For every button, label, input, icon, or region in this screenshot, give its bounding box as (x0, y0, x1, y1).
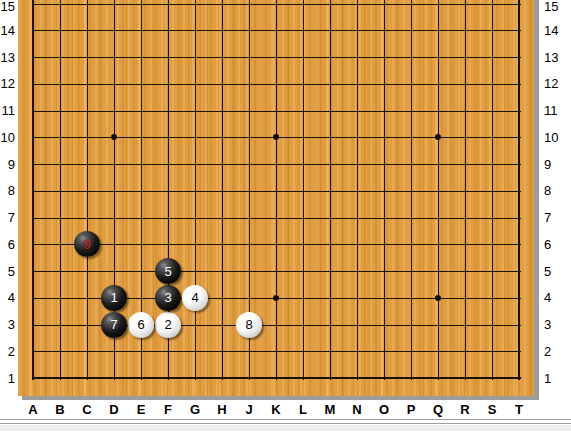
column-label-L: L (293, 403, 313, 416)
column-label-A: A (23, 403, 43, 416)
column-label-R: R (455, 403, 475, 416)
grid-vline (438, 0, 439, 380)
row-label-9: 9 (0, 158, 15, 171)
column-label-G: G (185, 403, 205, 416)
column-label-J: J (239, 403, 259, 416)
row-label-11: 11 (0, 104, 15, 117)
column-label-D: D (104, 403, 124, 416)
stone-black-5: 5 (155, 258, 181, 284)
row-label-8: 8 (0, 184, 15, 197)
column-label-M: M (320, 403, 340, 416)
column-label-H: H (212, 403, 232, 416)
board-shadow-right (534, 0, 539, 400)
column-label-K: K (266, 403, 286, 416)
grid-vline (222, 0, 223, 380)
row-label-13: 13 (544, 51, 559, 64)
move-number: 4 (191, 291, 198, 304)
board-shadow-bottom (22, 396, 539, 400)
stone-white-4: 4 (182, 285, 208, 311)
grid-hline (33, 164, 521, 165)
row-label-2: 2 (544, 345, 559, 358)
grid-hline (33, 377, 521, 379)
grid-hline (33, 271, 521, 272)
stone-black-3: 3 (155, 285, 181, 311)
status-bar (0, 425, 571, 431)
row-label-15: 15 (0, 0, 15, 13)
row-label-13: 13 (0, 51, 15, 64)
row-label-6: 6 (544, 238, 559, 251)
grid-vline (357, 0, 358, 380)
column-label-N: N (347, 403, 367, 416)
column-label-B: B (50, 403, 70, 416)
grid-hline (33, 244, 521, 245)
row-label-9: 9 (544, 158, 559, 171)
grid-vline (303, 0, 304, 380)
row-label-4: 4 (544, 291, 559, 304)
grid-vline (465, 0, 466, 380)
grid-hline (33, 84, 521, 85)
column-label-S: S (482, 403, 502, 416)
row-label-3: 3 (544, 318, 559, 331)
row-label-5: 5 (0, 265, 15, 278)
row-label-5: 5 (544, 265, 559, 278)
grid-hline (33, 4, 521, 5)
stone-white-6: 6 (128, 312, 154, 338)
row-label-8: 8 (544, 184, 559, 197)
move-number: 7 (110, 318, 117, 331)
stone-black-7: 7 (101, 312, 127, 338)
row-label-12: 12 (0, 77, 15, 90)
row-label-12: 12 (544, 77, 559, 90)
grid-vline (384, 0, 385, 380)
grid-vline (195, 0, 196, 380)
stone-white-2: 2 (155, 312, 181, 338)
move-number: 1 (110, 291, 117, 304)
column-label-P: P (401, 403, 421, 416)
row-label-14: 14 (0, 24, 15, 37)
move-number: 5 (164, 265, 171, 278)
column-label-C: C (77, 403, 97, 416)
grid-vline (492, 0, 493, 380)
row-label-7: 7 (544, 211, 559, 224)
grid-hline (33, 191, 521, 192)
grid-hline (33, 30, 521, 31)
star-point (273, 295, 279, 301)
row-label-15: 15 (544, 0, 559, 13)
grid-vline (276, 0, 277, 380)
grid-hline (33, 218, 521, 219)
grid-vline (330, 0, 331, 380)
move-number: 9 (83, 238, 90, 251)
grid-hline (33, 111, 521, 112)
column-label-Q: Q (428, 403, 448, 416)
row-label-10: 10 (0, 131, 15, 144)
move-number: 2 (164, 318, 171, 331)
grid-vline (518, 0, 520, 380)
grid-vline (411, 0, 412, 380)
row-label-3: 3 (0, 318, 15, 331)
row-label-7: 7 (0, 211, 15, 224)
move-number: 6 (137, 318, 144, 331)
row-label-6: 6 (0, 238, 15, 251)
row-label-4: 4 (0, 291, 15, 304)
column-label-O: O (374, 403, 394, 416)
row-label-14: 14 (544, 24, 559, 37)
grid-vline (60, 0, 61, 380)
move-number: 8 (245, 318, 252, 331)
move-number: 3 (164, 291, 171, 304)
row-label-10: 10 (544, 131, 559, 144)
grid-vline (87, 0, 88, 380)
star-point (435, 295, 441, 301)
grid-hline (33, 57, 521, 58)
row-label-1: 1 (0, 372, 15, 385)
stone-white-8: 8 (236, 312, 262, 338)
column-label-T: T (509, 403, 529, 416)
column-label-E: E (131, 403, 151, 416)
grid-hline (33, 351, 521, 352)
grid-vline (32, 0, 34, 380)
go-app-window: 1515141413131212111110109988776655443322… (0, 0, 571, 431)
row-label-1: 1 (544, 372, 559, 385)
column-label-F: F (158, 403, 178, 416)
row-label-2: 2 (0, 345, 15, 358)
row-label-11: 11 (544, 104, 559, 117)
stone-black-1: 1 (101, 285, 127, 311)
